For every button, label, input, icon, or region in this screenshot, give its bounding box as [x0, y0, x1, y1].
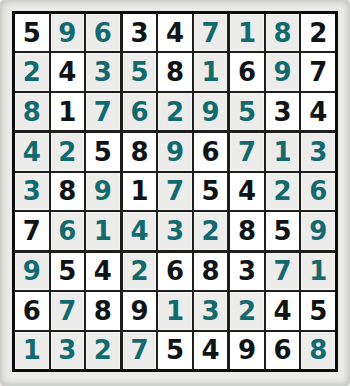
cell-r4c5[interactable]: 9 — [158, 133, 192, 170]
cell-r3c2[interactable]: 1 — [51, 93, 85, 130]
cell-r2c6[interactable]: 1 — [194, 53, 228, 90]
cell-r4c4[interactable]: 8 — [123, 133, 157, 170]
sudoku-box-7: 954678132 — [15, 253, 120, 369]
cell-r7c3[interactable]: 4 — [86, 253, 120, 290]
cell-r7c6[interactable]: 8 — [194, 253, 228, 290]
cell-r5c1[interactable]: 3 — [15, 173, 49, 210]
cell-r4c3[interactable]: 5 — [86, 133, 120, 170]
sudoku-box-9: 371245968 — [230, 253, 335, 369]
cell-r9c8[interactable]: 6 — [266, 332, 300, 369]
cell-r1c1[interactable]: 5 — [15, 14, 49, 51]
sudoku-box-6: 713426859 — [230, 133, 335, 249]
cell-r4c9[interactable]: 3 — [301, 133, 335, 170]
cell-r1c8[interactable]: 8 — [266, 14, 300, 51]
cell-r1c9[interactable]: 2 — [301, 14, 335, 51]
cell-r9c2[interactable]: 3 — [51, 332, 85, 369]
cell-r4c7[interactable]: 7 — [230, 133, 264, 170]
cell-r8c5[interactable]: 1 — [158, 292, 192, 329]
cell-r5c7[interactable]: 4 — [230, 173, 264, 210]
cell-r3c9[interactable]: 4 — [301, 93, 335, 130]
cell-r3c8[interactable]: 3 — [266, 93, 300, 130]
cell-r3c4[interactable]: 6 — [123, 93, 157, 130]
cell-r7c2[interactable]: 5 — [51, 253, 85, 290]
cell-r9c9[interactable]: 8 — [301, 332, 335, 369]
cell-r6c4[interactable]: 4 — [123, 212, 157, 249]
sudoku-box-4: 425389761 — [15, 133, 120, 249]
cell-r8c6[interactable]: 3 — [194, 292, 228, 329]
cell-r6c9[interactable]: 9 — [301, 212, 335, 249]
cell-r1c5[interactable]: 4 — [158, 14, 192, 51]
cell-r2c2[interactable]: 4 — [51, 53, 85, 90]
cell-r6c8[interactable]: 5 — [266, 212, 300, 249]
cell-r6c2[interactable]: 6 — [51, 212, 85, 249]
cell-r6c6[interactable]: 2 — [194, 212, 228, 249]
sudoku-box-8: 268913754 — [123, 253, 228, 369]
cell-r4c6[interactable]: 6 — [194, 133, 228, 170]
cell-r2c7[interactable]: 6 — [230, 53, 264, 90]
cell-r6c7[interactable]: 8 — [230, 212, 264, 249]
cell-r8c2[interactable]: 7 — [51, 292, 85, 329]
cell-r7c9[interactable]: 1 — [301, 253, 335, 290]
cell-r3c1[interactable]: 8 — [15, 93, 49, 130]
cell-r7c8[interactable]: 7 — [266, 253, 300, 290]
cell-r9c3[interactable]: 2 — [86, 332, 120, 369]
cell-r2c5[interactable]: 8 — [158, 53, 192, 90]
cell-r5c2[interactable]: 8 — [51, 173, 85, 210]
cell-r8c7[interactable]: 2 — [230, 292, 264, 329]
cell-r1c4[interactable]: 3 — [123, 14, 157, 51]
cell-r7c1[interactable]: 9 — [15, 253, 49, 290]
cell-r6c1[interactable]: 7 — [15, 212, 49, 249]
cell-r1c2[interactable]: 9 — [51, 14, 85, 51]
cell-r8c4[interactable]: 9 — [123, 292, 157, 329]
cell-r3c6[interactable]: 9 — [194, 93, 228, 130]
cell-r5c6[interactable]: 5 — [194, 173, 228, 210]
cell-r4c1[interactable]: 4 — [15, 133, 49, 170]
cell-r2c1[interactable]: 2 — [15, 53, 49, 90]
cell-r1c7[interactable]: 1 — [230, 14, 264, 51]
cell-r7c4[interactable]: 2 — [123, 253, 157, 290]
sudoku-box-1: 596243817 — [15, 14, 120, 130]
cell-r3c3[interactable]: 7 — [86, 93, 120, 130]
cell-r6c5[interactable]: 3 — [158, 212, 192, 249]
cell-r8c1[interactable]: 6 — [15, 292, 49, 329]
cell-r2c4[interactable]: 5 — [123, 53, 157, 90]
cell-r5c8[interactable]: 2 — [266, 173, 300, 210]
cell-r9c6[interactable]: 4 — [194, 332, 228, 369]
cell-r5c9[interactable]: 6 — [301, 173, 335, 210]
page-background: 5962438173475816291826975344253897618961… — [0, 0, 350, 386]
cell-r2c9[interactable]: 7 — [301, 53, 335, 90]
cell-r2c3[interactable]: 3 — [86, 53, 120, 90]
cell-r6c3[interactable]: 1 — [86, 212, 120, 249]
cell-r5c5[interactable]: 7 — [158, 173, 192, 210]
sudoku-box-2: 347581629 — [123, 14, 228, 130]
cell-r3c7[interactable]: 5 — [230, 93, 264, 130]
cell-r2c8[interactable]: 9 — [266, 53, 300, 90]
sudoku-board: 5962438173475816291826975344253897618961… — [12, 11, 338, 372]
cell-r4c8[interactable]: 1 — [266, 133, 300, 170]
cell-r8c8[interactable]: 4 — [266, 292, 300, 329]
sudoku-box-5: 896175432 — [123, 133, 228, 249]
cell-r3c5[interactable]: 2 — [158, 93, 192, 130]
cell-r9c7[interactable]: 9 — [230, 332, 264, 369]
cell-r7c7[interactable]: 3 — [230, 253, 264, 290]
cell-r1c3[interactable]: 6 — [86, 14, 120, 51]
cell-r5c3[interactable]: 9 — [86, 173, 120, 210]
cell-r4c2[interactable]: 2 — [51, 133, 85, 170]
cell-r8c3[interactable]: 8 — [86, 292, 120, 329]
cell-r1c6[interactable]: 7 — [194, 14, 228, 51]
cell-r8c9[interactable]: 5 — [301, 292, 335, 329]
cell-r9c1[interactable]: 1 — [15, 332, 49, 369]
cell-r5c4[interactable]: 1 — [123, 173, 157, 210]
sudoku-box-3: 182697534 — [230, 14, 335, 130]
cell-r9c5[interactable]: 5 — [158, 332, 192, 369]
cell-r7c5[interactable]: 6 — [158, 253, 192, 290]
cell-r9c4[interactable]: 7 — [123, 332, 157, 369]
